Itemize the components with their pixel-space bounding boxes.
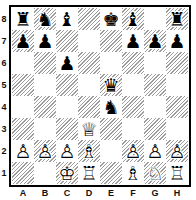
black-king-piece: ♚ [100, 8, 122, 30]
chess-diagram: ♜♞♝♚♝♜♟♟♟♟♟♟♛♞♕♙♙♙♗♙♙♙♔♖♗♘♖ 87654321ABCD… [0, 0, 196, 200]
square-h2[interactable]: ♙ [166, 140, 188, 162]
white-queen-piece: ♕ [78, 118, 100, 140]
square-c3[interactable] [56, 118, 78, 140]
square-e6[interactable] [100, 52, 122, 74]
square-e1[interactable] [100, 162, 122, 184]
square-d2[interactable]: ♗ [78, 140, 100, 162]
file-label-h: H [166, 188, 188, 199]
white-pawn-piece: ♙ [166, 140, 188, 162]
square-b1[interactable] [34, 162, 56, 184]
square-h3[interactable] [166, 118, 188, 140]
square-d1[interactable]: ♖ [78, 162, 100, 184]
square-b6[interactable] [34, 52, 56, 74]
black-pawn-piece: ♟ [144, 30, 166, 52]
square-b2[interactable]: ♙ [34, 140, 56, 162]
square-a7[interactable]: ♟ [12, 30, 34, 52]
file-label-g: G [144, 188, 166, 199]
black-queen-piece: ♛ [100, 74, 122, 96]
file-label-d: D [78, 188, 100, 199]
square-f6[interactable] [122, 52, 144, 74]
square-f4[interactable] [122, 96, 144, 118]
file-label-a: A [12, 188, 34, 199]
square-g7[interactable]: ♟ [144, 30, 166, 52]
rank-label-6: 6 [0, 52, 8, 74]
white-pawn-piece: ♙ [12, 140, 34, 162]
white-bishop-piece: ♗ [122, 162, 144, 184]
square-g5[interactable] [144, 74, 166, 96]
white-pawn-piece: ♙ [56, 140, 78, 162]
square-e8[interactable]: ♚ [100, 8, 122, 30]
black-rook-piece: ♜ [12, 8, 34, 30]
square-e7[interactable] [100, 30, 122, 52]
square-c2[interactable]: ♙ [56, 140, 78, 162]
chess-board: ♜♞♝♚♝♜♟♟♟♟♟♟♛♞♕♙♙♙♗♙♙♙♔♖♗♘♖ [9, 5, 191, 187]
square-c8[interactable]: ♝ [56, 8, 78, 30]
file-label-f: F [122, 188, 144, 199]
rank-label-8: 8 [0, 8, 8, 30]
square-b7[interactable]: ♟ [34, 30, 56, 52]
white-pawn-piece: ♙ [122, 140, 144, 162]
square-h1[interactable]: ♖ [166, 162, 188, 184]
square-a5[interactable] [12, 74, 34, 96]
white-pawn-piece: ♙ [34, 140, 56, 162]
square-f1[interactable]: ♗ [122, 162, 144, 184]
square-h7[interactable]: ♟ [166, 30, 188, 52]
square-c6[interactable]: ♟ [56, 52, 78, 74]
rank-label-3: 3 [0, 118, 8, 140]
file-label-c: C [56, 188, 78, 199]
white-knight-piece: ♘ [144, 162, 166, 184]
rank-label-5: 5 [0, 74, 8, 96]
square-c5[interactable] [56, 74, 78, 96]
square-f3[interactable] [122, 118, 144, 140]
square-e2[interactable] [100, 140, 122, 162]
square-f7[interactable]: ♟ [122, 30, 144, 52]
square-e5[interactable]: ♛ [100, 74, 122, 96]
square-f8[interactable]: ♝ [122, 8, 144, 30]
square-g8[interactable] [144, 8, 166, 30]
square-c1[interactable]: ♔ [56, 162, 78, 184]
square-a4[interactable] [12, 96, 34, 118]
black-rook-piece: ♜ [166, 8, 188, 30]
square-f5[interactable] [122, 74, 144, 96]
square-h6[interactable] [166, 52, 188, 74]
square-b4[interactable] [34, 96, 56, 118]
square-g1[interactable]: ♘ [144, 162, 166, 184]
square-h5[interactable] [166, 74, 188, 96]
white-rook-piece: ♖ [166, 162, 188, 184]
white-pawn-piece: ♙ [144, 140, 166, 162]
square-b5[interactable] [34, 74, 56, 96]
square-e4[interactable]: ♞ [100, 96, 122, 118]
square-d5[interactable] [78, 74, 100, 96]
square-a3[interactable] [12, 118, 34, 140]
square-h8[interactable]: ♜ [166, 8, 188, 30]
square-g4[interactable] [144, 96, 166, 118]
white-bishop-piece: ♗ [78, 140, 100, 162]
square-d3[interactable]: ♕ [78, 118, 100, 140]
black-pawn-piece: ♟ [12, 30, 34, 52]
black-pawn-piece: ♟ [34, 30, 56, 52]
white-king-piece: ♔ [56, 162, 78, 184]
square-g3[interactable] [144, 118, 166, 140]
white-rook-piece: ♖ [78, 162, 100, 184]
square-a1[interactable] [12, 162, 34, 184]
black-pawn-piece: ♟ [166, 30, 188, 52]
square-d7[interactable] [78, 30, 100, 52]
rank-label-7: 7 [0, 30, 8, 52]
rank-label-1: 1 [0, 162, 8, 184]
file-label-e: E [100, 188, 122, 199]
black-pawn-piece: ♟ [56, 52, 78, 74]
square-h4[interactable] [166, 96, 188, 118]
square-b8[interactable]: ♞ [34, 8, 56, 30]
black-bishop-piece: ♝ [122, 8, 144, 30]
rank-label-4: 4 [0, 96, 8, 118]
square-b3[interactable] [34, 118, 56, 140]
square-a6[interactable] [12, 52, 34, 74]
black-knight-piece: ♞ [100, 96, 122, 118]
square-e3[interactable] [100, 118, 122, 140]
square-g6[interactable] [144, 52, 166, 74]
square-g2[interactable]: ♙ [144, 140, 166, 162]
black-bishop-piece: ♝ [56, 8, 78, 30]
rank-label-2: 2 [0, 140, 8, 162]
square-f2[interactable]: ♙ [122, 140, 144, 162]
square-d6[interactable] [78, 52, 100, 74]
black-knight-piece: ♞ [34, 8, 56, 30]
square-a8[interactable]: ♜ [12, 8, 34, 30]
file-label-b: B [34, 188, 56, 199]
square-d4[interactable] [78, 96, 100, 118]
square-c7[interactable] [56, 30, 78, 52]
black-pawn-piece: ♟ [122, 30, 144, 52]
square-a2[interactable]: ♙ [12, 140, 34, 162]
square-d8[interactable] [78, 8, 100, 30]
square-c4[interactable] [56, 96, 78, 118]
